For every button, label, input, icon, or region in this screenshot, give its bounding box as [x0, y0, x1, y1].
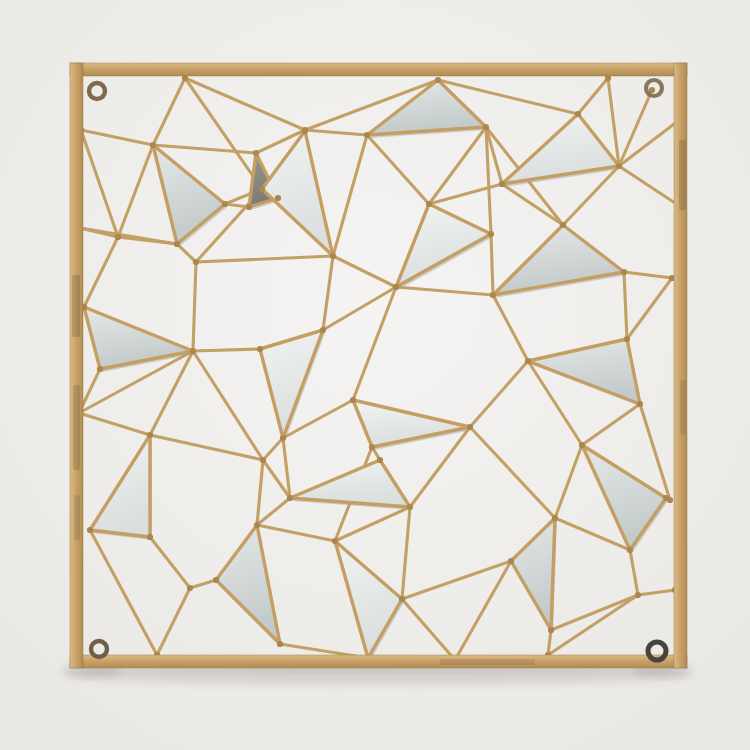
frame-top-bar: [70, 63, 687, 76]
wall-art-svg: [0, 0, 750, 750]
product-photo: Gold metal square wall decor with geomet…: [0, 0, 750, 750]
frame-bottom-bar: [70, 655, 687, 668]
frame-left-bar: [70, 63, 83, 668]
